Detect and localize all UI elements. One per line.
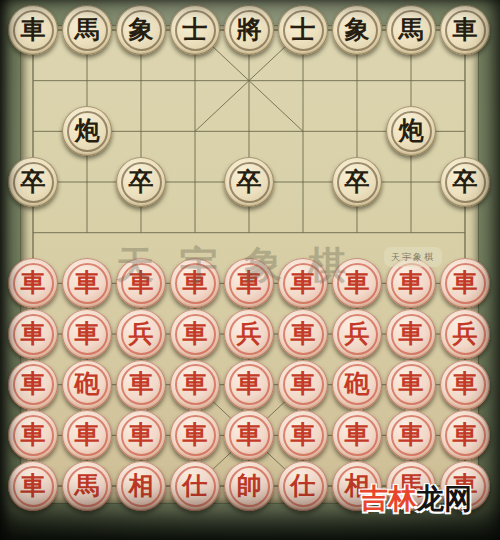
piece-glyph: 車 [291,422,316,447]
piece-glyph: 車 [399,270,424,295]
piece-red-chariot[interactable]: 車 [116,360,166,410]
piece-glyph: 車 [399,371,424,396]
piece-face: 炮 [67,111,108,152]
corner-watermark-dark: 龙网 [416,482,472,515]
piece-face: 仕 [283,466,324,507]
piece-red-chariot[interactable]: 車 [170,309,220,359]
piece-glyph: 車 [291,321,316,346]
piece-face: 車 [67,263,108,304]
piece-red-chariot[interactable]: 車 [8,309,58,359]
piece-glyph: 車 [345,422,370,447]
piece-face: 兵 [229,314,270,355]
piece-black-soldier[interactable]: 卒 [332,157,382,207]
piece-red-chariot[interactable]: 車 [440,410,490,460]
piece-glyph: 車 [21,270,46,295]
piece-glyph: 車 [75,321,100,346]
piece-face: 士 [175,10,216,51]
piece-black-soldier[interactable]: 卒 [8,157,58,207]
piece-glyph: 兵 [129,321,154,346]
piece-black-horse[interactable]: 馬 [62,5,112,55]
piece-glyph: 車 [21,422,46,447]
piece-glyph: 車 [21,473,46,498]
piece-glyph: 車 [453,270,478,295]
piece-glyph: 卒 [21,169,46,194]
piece-glyph: 車 [183,321,208,346]
piece-red-advisor[interactable]: 仕 [170,461,220,511]
piece-black-horse[interactable]: 馬 [386,5,436,55]
piece-face: 車 [283,364,324,405]
piece-red-chariot[interactable]: 車 [440,258,490,308]
piece-glyph: 帥 [237,473,262,498]
piece-face: 相 [121,466,162,507]
piece-black-advisor[interactable]: 士 [170,5,220,55]
piece-red-chariot[interactable]: 車 [224,360,274,410]
piece-black-soldier[interactable]: 卒 [440,157,490,207]
piece-glyph: 車 [75,422,100,447]
piece-black-elephant[interactable]: 象 [116,5,166,55]
piece-glyph: 馬 [75,17,100,42]
piece-glyph: 仕 [291,473,316,498]
piece-red-soldier[interactable]: 兵 [116,309,166,359]
piece-black-chariot[interactable]: 車 [8,5,58,55]
piece-glyph: 車 [453,17,478,42]
piece-face: 仕 [175,466,216,507]
piece-face: 兵 [337,314,378,355]
piece-glyph: 相 [129,473,154,498]
piece-black-soldier[interactable]: 卒 [116,157,166,207]
piece-face: 車 [175,415,216,456]
piece-glyph: 卒 [129,169,154,194]
piece-glyph: 車 [453,371,478,396]
piece-glyph: 車 [129,422,154,447]
piece-glyph: 卒 [453,169,478,194]
piece-face: 炮 [391,111,432,152]
piece-glyph: 車 [21,17,46,42]
piece-face: 砲 [67,364,108,405]
piece-black-cannon[interactable]: 炮 [386,106,436,156]
piece-face: 將 [229,10,270,51]
piece-red-chariot[interactable]: 車 [278,360,328,410]
piece-face: 車 [13,415,54,456]
piece-glyph: 兵 [237,321,262,346]
piece-red-chariot[interactable]: 車 [62,309,112,359]
piece-face: 車 [13,364,54,405]
piece-glyph: 車 [237,422,262,447]
piece-red-chariot[interactable]: 車 [386,360,436,410]
piece-glyph: 將 [237,17,262,42]
piece-black-elephant[interactable]: 象 [332,5,382,55]
xiangqi-app-screen: 天宇象棋 天宇象棋 車馬象士將士象馬車炮炮卒卒卒卒卒車車車車車車車車車車車兵車兵… [0,0,500,540]
piece-glyph: 兵 [453,321,478,346]
piece-face: 車 [283,415,324,456]
piece-face: 卒 [337,162,378,203]
piece-red-horse[interactable]: 馬 [62,461,112,511]
piece-glyph: 車 [183,371,208,396]
piece-red-soldier[interactable]: 兵 [332,309,382,359]
piece-face: 車 [121,415,162,456]
piece-red-chariot[interactable]: 車 [8,360,58,410]
piece-glyph: 車 [291,371,316,396]
piece-face: 卒 [121,162,162,203]
piece-glyph: 車 [399,321,424,346]
corner-watermark: 吉林龙网 [360,484,472,515]
piece-red-chariot[interactable]: 車 [8,461,58,511]
piece-red-chariot[interactable]: 車 [278,309,328,359]
piece-glyph: 象 [129,17,154,42]
piece-black-cannon[interactable]: 炮 [62,106,112,156]
piece-red-chariot[interactable]: 車 [386,309,436,359]
piece-glyph: 車 [21,371,46,396]
piece-face: 車 [175,314,216,355]
piece-face: 砲 [337,364,378,405]
piece-black-soldier[interactable]: 卒 [224,157,274,207]
piece-red-general[interactable]: 帥 [224,461,274,511]
piece-black-general[interactable]: 將 [224,5,274,55]
piece-face: 車 [391,415,432,456]
piece-red-soldier[interactable]: 兵 [224,309,274,359]
piece-red-chariot[interactable]: 車 [8,258,58,308]
piece-glyph: 炮 [75,118,100,143]
piece-face: 車 [13,314,54,355]
piece-face: 車 [229,364,270,405]
piece-face: 車 [175,364,216,405]
piece-glyph: 車 [21,321,46,346]
piece-red-soldier[interactable]: 兵 [440,309,490,359]
piece-glyph: 車 [237,371,262,396]
piece-red-advisor[interactable]: 仕 [278,461,328,511]
piece-face: 車 [229,415,270,456]
piece-glyph: 車 [453,422,478,447]
piece-face: 卒 [445,162,486,203]
piece-face: 馬 [67,466,108,507]
piece-face: 車 [391,364,432,405]
piece-black-chariot[interactable]: 車 [440,5,490,55]
piece-face: 車 [445,263,486,304]
piece-face: 士 [283,10,324,51]
piece-face: 車 [67,314,108,355]
piece-red-chariot[interactable]: 車 [170,360,220,410]
piece-glyph: 砲 [345,371,370,396]
piece-glyph: 砲 [75,371,100,396]
corner-watermark-red: 吉林 [360,482,416,515]
piece-red-cannon[interactable]: 砲 [62,360,112,410]
piece-glyph: 士 [291,17,316,42]
piece-face: 車 [445,415,486,456]
piece-face: 車 [337,415,378,456]
piece-face: 車 [391,263,432,304]
piece-red-chariot[interactable]: 車 [440,360,490,410]
piece-glyph: 兵 [345,321,370,346]
piece-face: 車 [283,314,324,355]
piece-glyph: 仕 [183,473,208,498]
piece-glyph: 車 [129,371,154,396]
piece-glyph: 馬 [399,17,424,42]
center-watermark-text: 天宇象棋 [116,240,372,291]
piece-glyph: 馬 [75,473,100,498]
piece-face: 車 [445,10,486,51]
piece-glyph: 卒 [237,169,262,194]
piece-face: 象 [337,10,378,51]
piece-face: 馬 [391,10,432,51]
piece-face: 帥 [229,466,270,507]
piece-glyph: 車 [183,422,208,447]
piece-glyph: 卒 [345,169,370,194]
piece-glyph: 士 [183,17,208,42]
piece-face: 卒 [229,162,270,203]
piece-glyph: 車 [399,422,424,447]
piece-glyph: 炮 [399,118,424,143]
piece-face: 車 [13,10,54,51]
piece-red-elephant[interactable]: 相 [116,461,166,511]
center-watermark-badge: 天宇象棋 [384,247,442,267]
piece-face: 卒 [13,162,54,203]
piece-glyph: 車 [75,270,100,295]
piece-face: 車 [13,466,54,507]
piece-face: 車 [121,364,162,405]
piece-face: 兵 [445,314,486,355]
piece-red-cannon[interactable]: 砲 [332,360,382,410]
piece-face: 兵 [121,314,162,355]
piece-face: 車 [13,263,54,304]
piece-face: 車 [391,314,432,355]
piece-red-chariot[interactable]: 車 [62,258,112,308]
piece-face: 馬 [67,10,108,51]
piece-black-advisor[interactable]: 士 [278,5,328,55]
piece-face: 車 [445,364,486,405]
piece-glyph: 象 [345,17,370,42]
piece-face: 象 [121,10,162,51]
piece-face: 車 [67,415,108,456]
